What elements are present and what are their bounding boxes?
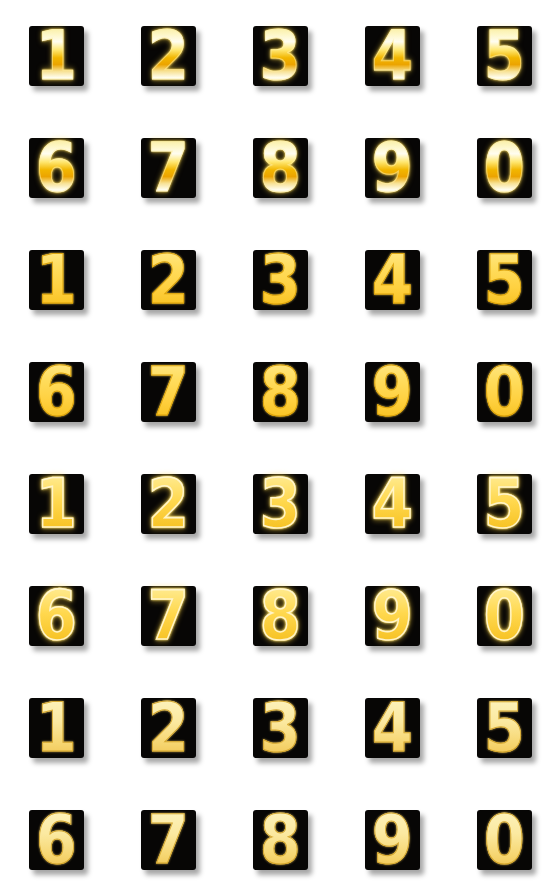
digit-glyph: 2: [147, 247, 188, 314]
emoji-cell: 4: [336, 224, 448, 336]
digit-tile-4-matte[interactable]: 4: [365, 250, 420, 310]
digit-glyph: 9: [371, 583, 412, 650]
digit-tile-2-neon[interactable]: 2: [141, 474, 196, 534]
emoji-cell: 9: [336, 336, 448, 448]
emoji-cell: 1: [0, 448, 112, 560]
emoji-cell: 8: [224, 784, 336, 896]
emoji-cell: 0: [448, 112, 560, 224]
digit-tile-2-metallic[interactable]: 2: [141, 26, 196, 86]
digit-tile-6-bubble[interactable]: 6: [29, 810, 84, 870]
digit-tile-9-metallic[interactable]: 9: [365, 138, 420, 198]
digit-tile-4-metallic[interactable]: 4: [365, 26, 420, 86]
emoji-cell: 1: [0, 0, 112, 112]
digit-glyph: 1: [35, 695, 76, 762]
emoji-cell: 4: [336, 448, 448, 560]
digit-tile-0-metallic[interactable]: 0: [477, 138, 532, 198]
digit-glyph: 4: [371, 695, 412, 762]
emoji-cell: 5: [448, 224, 560, 336]
emoji-cell: 6: [0, 336, 112, 448]
digit-glyph: 6: [35, 807, 76, 874]
emoji-cell: 7: [112, 336, 224, 448]
digit-tile-7-neon[interactable]: 7: [141, 586, 196, 646]
digit-glyph: 8: [259, 807, 300, 874]
emoji-cell: 7: [112, 560, 224, 672]
emoji-cell: 3: [224, 448, 336, 560]
emoji-cell: 6: [0, 560, 112, 672]
emoji-cell: 2: [112, 0, 224, 112]
emoji-cell: 0: [448, 336, 560, 448]
emoji-cell: 8: [224, 336, 336, 448]
digit-tile-8-matte[interactable]: 8: [253, 362, 308, 422]
digit-tile-0-neon[interactable]: 0: [477, 586, 532, 646]
digit-glyph: 5: [483, 695, 524, 762]
emoji-cell: 2: [112, 448, 224, 560]
digit-tile-9-bubble[interactable]: 9: [365, 810, 420, 870]
digit-glyph: 3: [259, 471, 300, 538]
digit-tile-7-matte[interactable]: 7: [141, 362, 196, 422]
digit-glyph: 0: [483, 359, 524, 426]
digit-glyph: 9: [371, 807, 412, 874]
emoji-cell: 3: [224, 0, 336, 112]
digit-glyph: 3: [259, 695, 300, 762]
emoji-cell: 0: [448, 784, 560, 896]
digit-tile-8-neon[interactable]: 8: [253, 586, 308, 646]
emoji-cell: 9: [336, 560, 448, 672]
digit-glyph: 6: [35, 583, 76, 650]
digit-glyph: 0: [483, 807, 524, 874]
digit-glyph: 4: [371, 471, 412, 538]
digit-glyph: 1: [35, 23, 76, 90]
emoji-cell: 0: [448, 560, 560, 672]
digit-tile-0-matte[interactable]: 0: [477, 362, 532, 422]
digit-glyph: 7: [147, 135, 188, 202]
digit-tile-3-matte[interactable]: 3: [253, 250, 308, 310]
digit-tile-5-metallic[interactable]: 5: [477, 26, 532, 86]
emoji-cell: 8: [224, 560, 336, 672]
emoji-cell: 5: [448, 0, 560, 112]
digit-glyph: 7: [147, 359, 188, 426]
digit-tile-7-bubble[interactable]: 7: [141, 810, 196, 870]
digit-tile-3-metallic[interactable]: 3: [253, 26, 308, 86]
digit-tile-1-neon[interactable]: 1: [29, 474, 84, 534]
digit-glyph: 3: [259, 247, 300, 314]
digit-tile-6-matte[interactable]: 6: [29, 362, 84, 422]
digit-tile-8-bubble[interactable]: 8: [253, 810, 308, 870]
emoji-cell: 4: [336, 672, 448, 784]
digit-glyph: 1: [35, 247, 76, 314]
emoji-cell: 3: [224, 224, 336, 336]
emoji-cell: 1: [0, 224, 112, 336]
digit-tile-8-metallic[interactable]: 8: [253, 138, 308, 198]
emoji-cell: 9: [336, 112, 448, 224]
emoji-cell: 5: [448, 672, 560, 784]
digit-glyph: 7: [147, 807, 188, 874]
digit-glyph: 7: [147, 583, 188, 650]
emoji-cell: 4: [336, 0, 448, 112]
digit-tile-6-metallic[interactable]: 6: [29, 138, 84, 198]
emoji-cell: 6: [0, 784, 112, 896]
emoji-cell: 2: [112, 224, 224, 336]
digit-glyph: 1: [35, 471, 76, 538]
digit-glyph: 5: [483, 23, 524, 90]
digit-glyph: 8: [259, 359, 300, 426]
digit-glyph: 5: [483, 247, 524, 314]
digit-glyph: 2: [147, 471, 188, 538]
digit-tile-3-neon[interactable]: 3: [253, 474, 308, 534]
digit-tile-1-metallic[interactable]: 1: [29, 26, 84, 86]
digit-tile-2-bubble[interactable]: 2: [141, 698, 196, 758]
digit-glyph: 6: [35, 359, 76, 426]
digit-glyph: 9: [371, 359, 412, 426]
digit-glyph: 2: [147, 695, 188, 762]
digit-glyph: 2: [147, 23, 188, 90]
emoji-cell: 6: [0, 112, 112, 224]
digit-glyph: 4: [371, 23, 412, 90]
digit-glyph: 6: [35, 135, 76, 202]
digit-tile-5-neon[interactable]: 5: [477, 474, 532, 534]
emoji-cell: 3: [224, 672, 336, 784]
emoji-cell: 7: [112, 112, 224, 224]
emoji-cell: 9: [336, 784, 448, 896]
digit-tile-4-neon[interactable]: 4: [365, 474, 420, 534]
digit-tile-5-matte[interactable]: 5: [477, 250, 532, 310]
digit-tile-4-bubble[interactable]: 4: [365, 698, 420, 758]
digit-tile-1-matte[interactable]: 1: [29, 250, 84, 310]
digit-glyph: 5: [483, 471, 524, 538]
digit-tile-9-matte[interactable]: 9: [365, 362, 420, 422]
digit-glyph: 9: [371, 135, 412, 202]
emoji-cell: 2: [112, 672, 224, 784]
digit-tile-6-neon[interactable]: 6: [29, 586, 84, 646]
emoji-cell: 8: [224, 112, 336, 224]
digit-tile-1-bubble[interactable]: 1: [29, 698, 84, 758]
digit-tile-9-neon[interactable]: 9: [365, 586, 420, 646]
digit-glyph: 8: [259, 135, 300, 202]
emoji-grid: 1234567890123456789012345678901234567890: [0, 0, 560, 896]
digit-tile-0-bubble[interactable]: 0: [477, 810, 532, 870]
emoji-cell: 7: [112, 784, 224, 896]
digit-glyph: 3: [259, 23, 300, 90]
digit-glyph: 4: [371, 247, 412, 314]
emoji-cell: 1: [0, 672, 112, 784]
digit-tile-7-metallic[interactable]: 7: [141, 138, 196, 198]
digit-glyph: 0: [483, 583, 524, 650]
digit-glyph: 0: [483, 135, 524, 202]
digit-tile-5-bubble[interactable]: 5: [477, 698, 532, 758]
digit-tile-2-matte[interactable]: 2: [141, 250, 196, 310]
digit-glyph: 8: [259, 583, 300, 650]
emoji-cell: 5: [448, 448, 560, 560]
digit-tile-3-bubble[interactable]: 3: [253, 698, 308, 758]
